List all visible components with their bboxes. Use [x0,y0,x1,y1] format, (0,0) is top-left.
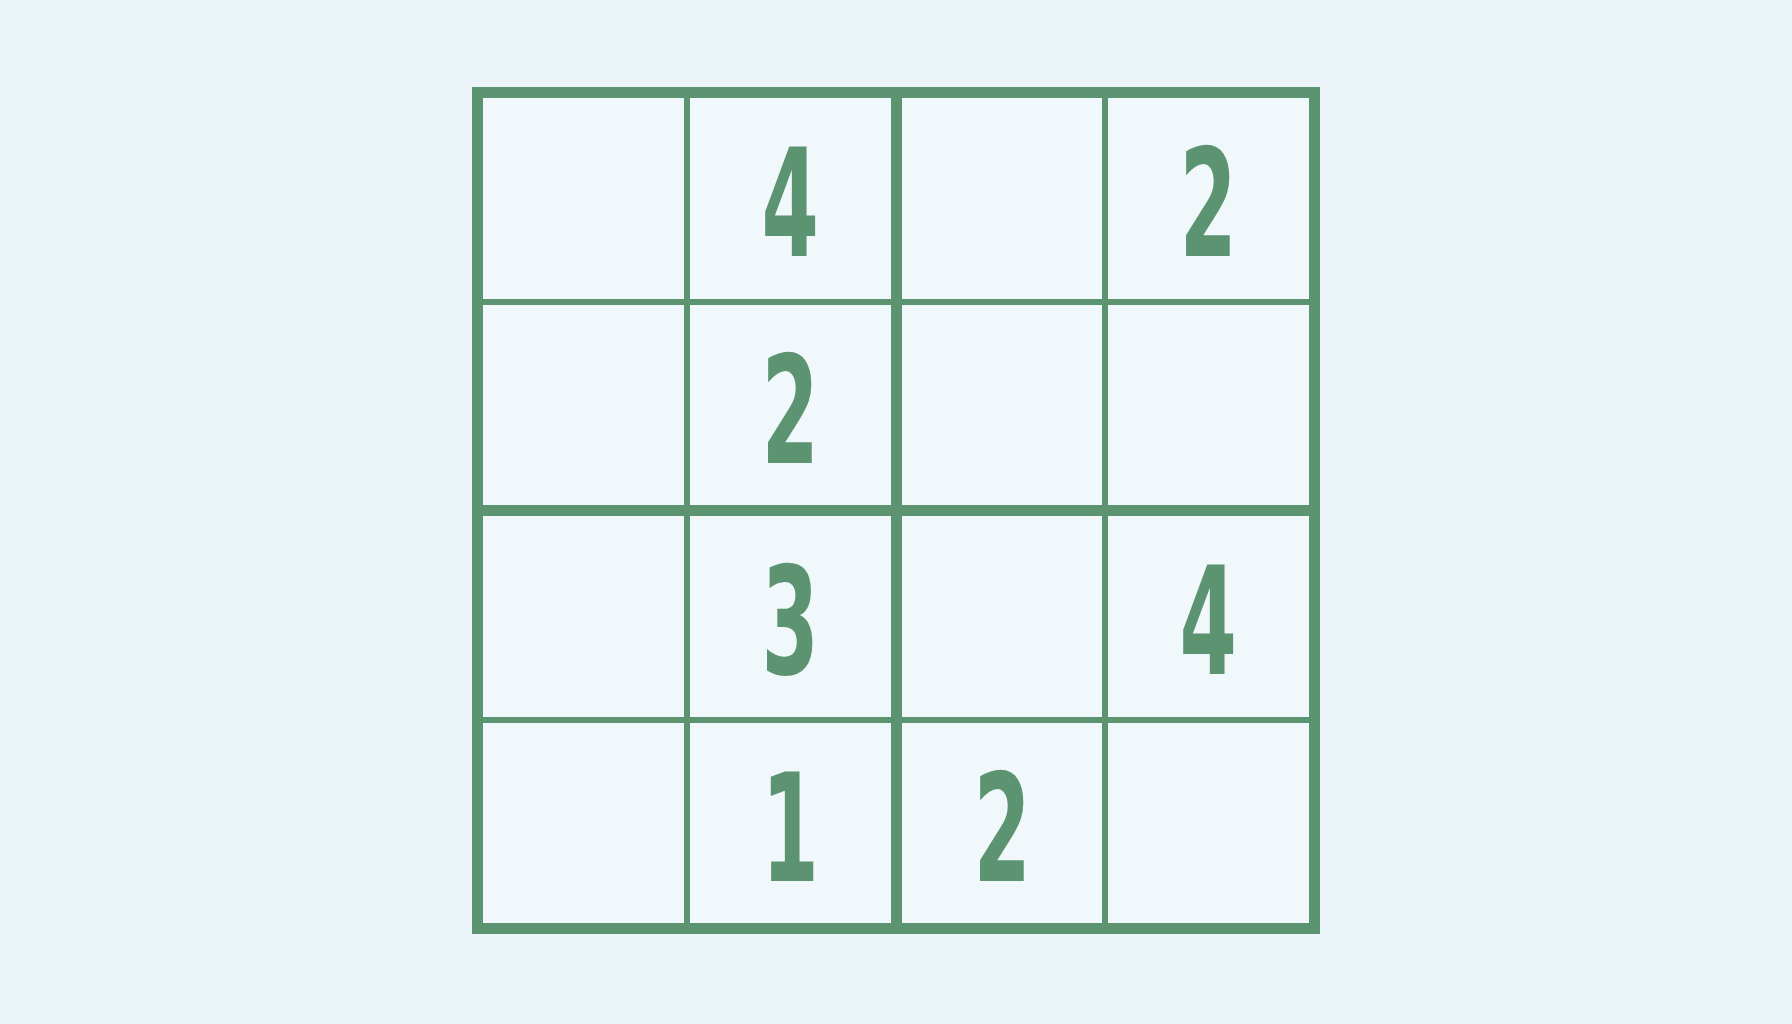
box-top-right: 2 [902,98,1310,505]
cell-r4c4[interactable] [1108,723,1309,924]
cell-r4c1[interactable] [483,723,684,924]
cell-r3c1[interactable] [483,516,684,717]
box-bottom-right: 42 [902,516,1310,923]
given-digit: 4 [1180,547,1237,697]
cell-r4c3[interactable]: 2 [902,723,1103,924]
cell-r1c2[interactable]: 4 [690,98,891,299]
cell-r1c4[interactable]: 2 [1108,98,1309,299]
cell-r1c3[interactable] [902,98,1103,299]
given-digit: 4 [761,129,818,279]
sudoku-board: 42 2 31 42 [472,87,1320,934]
cell-r3c4[interactable]: 4 [1108,516,1309,717]
given-digit: 1 [761,754,818,904]
box-bottom-left: 31 [483,516,891,923]
cell-r1c1[interactable] [483,98,684,299]
cell-r3c3[interactable] [902,516,1103,717]
given-digit: 3 [761,547,818,697]
given-digit: 2 [761,336,818,486]
given-digit: 2 [1180,129,1237,279]
cell-r2c2[interactable]: 2 [690,305,891,506]
cell-r4c2[interactable]: 1 [690,723,891,924]
cell-r2c1[interactable] [483,305,684,506]
cell-r2c4[interactable] [1108,305,1309,506]
page: 42 2 31 42 [0,0,1792,1024]
cell-r2c3[interactable] [902,305,1103,506]
given-digit: 2 [973,754,1030,904]
box-top-left: 42 [483,98,891,505]
cell-r3c2[interactable]: 3 [690,516,891,717]
